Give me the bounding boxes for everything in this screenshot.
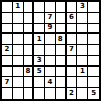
cell-r2c1-empty[interactable] bbox=[2, 13, 13, 24]
cell-r2c4-empty[interactable] bbox=[34, 13, 45, 24]
cell-r6c2-empty[interactable] bbox=[13, 56, 24, 67]
cell-r7c2-empty[interactable] bbox=[13, 67, 24, 78]
cell-r2c2-empty[interactable] bbox=[13, 13, 24, 24]
cell-r7c4-given[interactable]: 5 bbox=[34, 67, 45, 78]
cell-r3c4-empty[interactable] bbox=[34, 24, 45, 35]
cell-r5c8-empty[interactable] bbox=[77, 45, 88, 56]
cell-r6c8-empty[interactable] bbox=[77, 56, 88, 67]
cell-r9c2-empty[interactable] bbox=[13, 88, 24, 99]
cell-r3c9-empty[interactable] bbox=[88, 24, 99, 35]
cell-r6c9-empty[interactable] bbox=[88, 56, 99, 67]
cell-r1c2-given[interactable]: 1 bbox=[13, 2, 24, 13]
cell-r9c4-empty[interactable] bbox=[34, 88, 45, 99]
cell-r8c9-empty[interactable] bbox=[88, 77, 99, 88]
cell-r9c3-empty[interactable] bbox=[24, 88, 35, 99]
cell-r4c3-empty[interactable] bbox=[24, 34, 35, 45]
cell-r7c6-empty[interactable] bbox=[56, 67, 67, 78]
cell-r2c7-given[interactable]: 6 bbox=[67, 13, 78, 24]
cell-r3c5-given[interactable]: 9 bbox=[45, 24, 56, 35]
cell-r3c7-empty[interactable] bbox=[67, 24, 78, 35]
cell-r5c6-empty[interactable] bbox=[56, 45, 67, 56]
cell-r1c7-empty[interactable] bbox=[67, 2, 78, 13]
cell-r2c3-empty[interactable] bbox=[24, 13, 35, 24]
cell-r6c4-given[interactable]: 3 bbox=[34, 56, 45, 67]
cell-r5c9-empty[interactable] bbox=[88, 45, 99, 56]
cell-r7c3-given[interactable]: 8 bbox=[24, 67, 35, 78]
cell-r3c8-empty[interactable] bbox=[77, 24, 88, 35]
cell-r9c7-given[interactable]: 2 bbox=[67, 88, 78, 99]
cell-r6c7-empty[interactable] bbox=[67, 56, 78, 67]
cell-r8c5-given[interactable]: 4 bbox=[45, 77, 56, 88]
cell-r5c4-empty[interactable] bbox=[34, 45, 45, 56]
cell-r2c6-empty[interactable] bbox=[56, 13, 67, 24]
cell-r6c3-empty[interactable] bbox=[24, 56, 35, 67]
cell-r2c5-given[interactable]: 7 bbox=[45, 13, 56, 24]
cell-r8c1-given[interactable]: 7 bbox=[2, 77, 13, 88]
cell-r8c4-empty[interactable] bbox=[34, 77, 45, 88]
cell-r7c7-empty[interactable] bbox=[67, 67, 78, 78]
cell-r4c9-empty[interactable] bbox=[88, 34, 99, 45]
cell-r3c1-empty[interactable] bbox=[2, 24, 13, 35]
cell-r4c7-empty[interactable] bbox=[67, 34, 78, 45]
cell-r9c1-empty[interactable] bbox=[2, 88, 13, 99]
cell-r4c4-given[interactable]: 1 bbox=[34, 34, 45, 45]
cell-r1c4-empty[interactable] bbox=[34, 2, 45, 13]
cell-r7c1-empty[interactable] bbox=[2, 67, 13, 78]
cell-r7c8-given[interactable]: 1 bbox=[77, 67, 88, 78]
cell-r5c5-empty[interactable] bbox=[45, 45, 56, 56]
cell-r5c2-empty[interactable] bbox=[13, 45, 24, 56]
cell-r4c6-given[interactable]: 8 bbox=[56, 34, 67, 45]
cell-r1c9-empty[interactable] bbox=[88, 2, 99, 13]
cell-r1c1-empty[interactable] bbox=[2, 2, 13, 13]
sudoku-board: 13769182738517425 bbox=[0, 0, 101, 101]
cell-r4c5-empty[interactable] bbox=[45, 34, 56, 45]
cell-r9c6-empty[interactable] bbox=[56, 88, 67, 99]
cell-r6c1-empty[interactable] bbox=[2, 56, 13, 67]
cell-r6c6-empty[interactable] bbox=[56, 56, 67, 67]
cell-r8c8-empty[interactable] bbox=[77, 77, 88, 88]
cell-r3c2-empty[interactable] bbox=[13, 24, 24, 35]
cell-r9c8-empty[interactable] bbox=[77, 88, 88, 99]
cell-r1c5-empty[interactable] bbox=[45, 2, 56, 13]
cell-r1c6-empty[interactable] bbox=[56, 2, 67, 13]
cell-r6c5-empty[interactable] bbox=[45, 56, 56, 67]
cell-r8c2-empty[interactable] bbox=[13, 77, 24, 88]
cell-r2c9-empty[interactable] bbox=[88, 13, 99, 24]
cell-r4c8-empty[interactable] bbox=[77, 34, 88, 45]
cell-r5c1-given[interactable]: 2 bbox=[2, 45, 13, 56]
cell-r8c6-empty[interactable] bbox=[56, 77, 67, 88]
cell-r9c9-given[interactable]: 5 bbox=[88, 88, 99, 99]
cell-r4c1-empty[interactable] bbox=[2, 34, 13, 45]
cell-r2c8-empty[interactable] bbox=[77, 13, 88, 24]
cell-r8c7-empty[interactable] bbox=[67, 77, 78, 88]
cell-r7c9-empty[interactable] bbox=[88, 67, 99, 78]
cell-r1c3-empty[interactable] bbox=[24, 2, 35, 13]
cell-r5c7-given[interactable]: 7 bbox=[67, 45, 78, 56]
cell-r1c8-given[interactable]: 3 bbox=[77, 2, 88, 13]
cell-r7c5-empty[interactable] bbox=[45, 67, 56, 78]
cell-r9c5-empty[interactable] bbox=[45, 88, 56, 99]
cell-r8c3-empty[interactable] bbox=[24, 77, 35, 88]
cell-r3c6-empty[interactable] bbox=[56, 24, 67, 35]
cell-r4c2-empty[interactable] bbox=[13, 34, 24, 45]
cell-r3c3-empty[interactable] bbox=[24, 24, 35, 35]
cell-r5c3-empty[interactable] bbox=[24, 45, 35, 56]
